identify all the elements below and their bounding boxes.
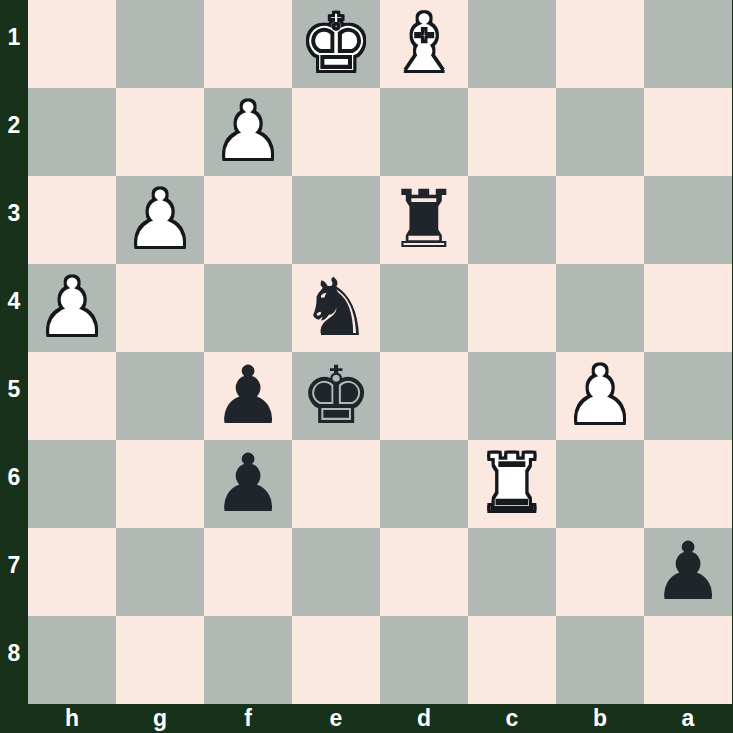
square-c3[interactable] — [468, 176, 556, 264]
square-c5[interactable] — [468, 352, 556, 440]
square-c1[interactable] — [468, 0, 556, 88]
rank-label-5: 5 — [0, 352, 28, 440]
square-f5[interactable]: ♟ — [204, 352, 292, 440]
square-a2[interactable] — [644, 88, 732, 176]
square-b1[interactable] — [556, 0, 644, 88]
piece-white-pawn[interactable]: ♟ — [212, 88, 284, 176]
square-b4[interactable] — [556, 264, 644, 352]
square-e8[interactable] — [292, 616, 380, 704]
square-b8[interactable] — [556, 616, 644, 704]
square-f4[interactable] — [204, 264, 292, 352]
square-f6[interactable]: ♟ — [204, 440, 292, 528]
square-a1[interactable] — [644, 0, 732, 88]
rank-label-3: 3 — [0, 176, 28, 264]
board-squares: ♚♝♟♟♜♟♞♟♚♟♟♜♟ — [28, 0, 733, 704]
square-e6[interactable] — [292, 440, 380, 528]
piece-white-pawn[interactable]: ♟ — [124, 176, 196, 264]
square-e4[interactable]: ♞ — [292, 264, 380, 352]
square-d5[interactable] — [380, 352, 468, 440]
square-g4[interactable] — [116, 264, 204, 352]
square-a7[interactable]: ♟ — [644, 528, 732, 616]
piece-black-rook[interactable]: ♜ — [388, 176, 460, 264]
square-b2[interactable] — [556, 88, 644, 176]
square-e3[interactable] — [292, 176, 380, 264]
rank-label-2: 2 — [0, 88, 28, 176]
file-label-b: b — [556, 704, 644, 733]
square-g1[interactable] — [116, 0, 204, 88]
square-g7[interactable] — [116, 528, 204, 616]
piece-black-pawn[interactable]: ♟ — [212, 440, 284, 528]
square-d8[interactable] — [380, 616, 468, 704]
file-label-a: a — [644, 704, 732, 733]
square-a3[interactable] — [644, 176, 732, 264]
square-c8[interactable] — [468, 616, 556, 704]
file-label-c: c — [468, 704, 556, 733]
square-h6[interactable] — [28, 440, 116, 528]
square-b3[interactable] — [556, 176, 644, 264]
square-b7[interactable] — [556, 528, 644, 616]
square-d3[interactable]: ♜ — [380, 176, 468, 264]
rank-label-4: 4 — [0, 264, 28, 352]
square-f2[interactable]: ♟ — [204, 88, 292, 176]
square-h2[interactable] — [28, 88, 116, 176]
square-a6[interactable] — [644, 440, 732, 528]
square-f7[interactable] — [204, 528, 292, 616]
square-g8[interactable] — [116, 616, 204, 704]
square-h1[interactable] — [28, 0, 116, 88]
square-c6[interactable]: ♜ — [468, 440, 556, 528]
piece-white-pawn[interactable]: ♟ — [564, 352, 636, 440]
piece-white-pawn[interactable]: ♟ — [36, 264, 108, 352]
square-e1[interactable]: ♚ — [292, 0, 380, 88]
piece-white-bishop[interactable]: ♝ — [388, 0, 460, 88]
piece-white-king[interactable]: ♚ — [300, 0, 372, 88]
square-h4[interactable]: ♟ — [28, 264, 116, 352]
file-labels: hgfedcba — [28, 704, 733, 733]
square-d1[interactable]: ♝ — [380, 0, 468, 88]
piece-black-knight[interactable]: ♞ — [300, 264, 372, 352]
square-h8[interactable] — [28, 616, 116, 704]
piece-white-rook[interactable]: ♜ — [476, 440, 548, 528]
square-e5[interactable]: ♚ — [292, 352, 380, 440]
square-c2[interactable] — [468, 88, 556, 176]
file-label-f: f — [204, 704, 292, 733]
file-label-h: h — [28, 704, 116, 733]
rank-label-7: 7 — [0, 528, 28, 616]
square-g2[interactable] — [116, 88, 204, 176]
square-g3[interactable]: ♟ — [116, 176, 204, 264]
file-label-e: e — [292, 704, 380, 733]
rank-label-8: 8 — [0, 616, 28, 704]
square-a4[interactable] — [644, 264, 732, 352]
square-a5[interactable] — [644, 352, 732, 440]
square-h5[interactable] — [28, 352, 116, 440]
square-e2[interactable] — [292, 88, 380, 176]
rank-label-1: 1 — [0, 0, 28, 88]
square-f3[interactable] — [204, 176, 292, 264]
square-c7[interactable] — [468, 528, 556, 616]
square-f1[interactable] — [204, 0, 292, 88]
rank-label-6: 6 — [0, 440, 28, 528]
file-label-d: d — [380, 704, 468, 733]
square-h7[interactable] — [28, 528, 116, 616]
piece-black-pawn[interactable]: ♟ — [212, 352, 284, 440]
chess-board: 12345678 ♚♝♟♟♜♟♞♟♚♟♟♜♟ hgfedcba — [0, 0, 733, 733]
piece-black-pawn[interactable]: ♟ — [652, 528, 724, 616]
square-d7[interactable] — [380, 528, 468, 616]
rank-labels: 12345678 — [0, 0, 28, 704]
square-g5[interactable] — [116, 352, 204, 440]
square-a8[interactable] — [644, 616, 732, 704]
square-f8[interactable] — [204, 616, 292, 704]
square-b5[interactable]: ♟ — [556, 352, 644, 440]
square-d6[interactable] — [380, 440, 468, 528]
square-e7[interactable] — [292, 528, 380, 616]
square-g6[interactable] — [116, 440, 204, 528]
file-label-g: g — [116, 704, 204, 733]
square-d4[interactable] — [380, 264, 468, 352]
piece-black-king[interactable]: ♚ — [300, 352, 372, 440]
square-c4[interactable] — [468, 264, 556, 352]
square-d2[interactable] — [380, 88, 468, 176]
square-b6[interactable] — [556, 440, 644, 528]
square-h3[interactable] — [28, 176, 116, 264]
